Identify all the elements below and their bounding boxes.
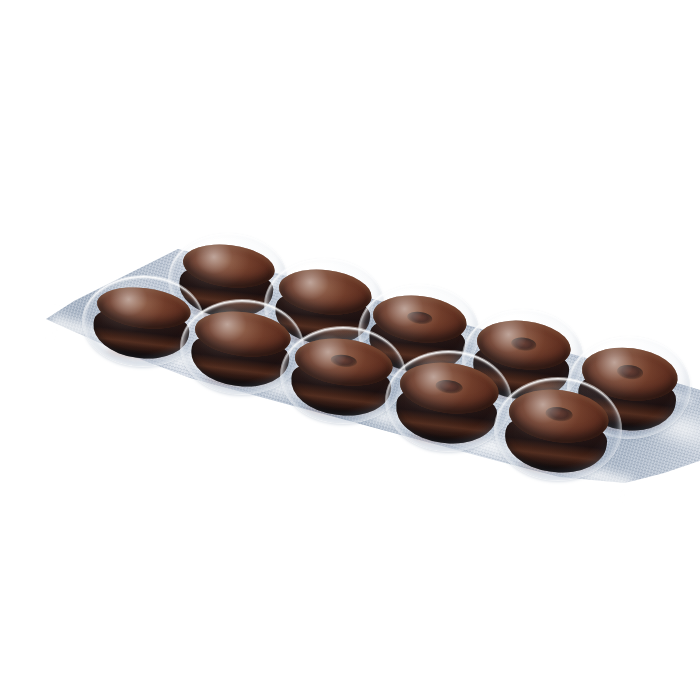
pocket-dome	[495, 378, 621, 480]
product-photo: Silver-blue translucent blister pack til…	[40, 16, 700, 700]
pocket-dome	[386, 351, 511, 451]
pockets-layer	[40, 16, 700, 700]
